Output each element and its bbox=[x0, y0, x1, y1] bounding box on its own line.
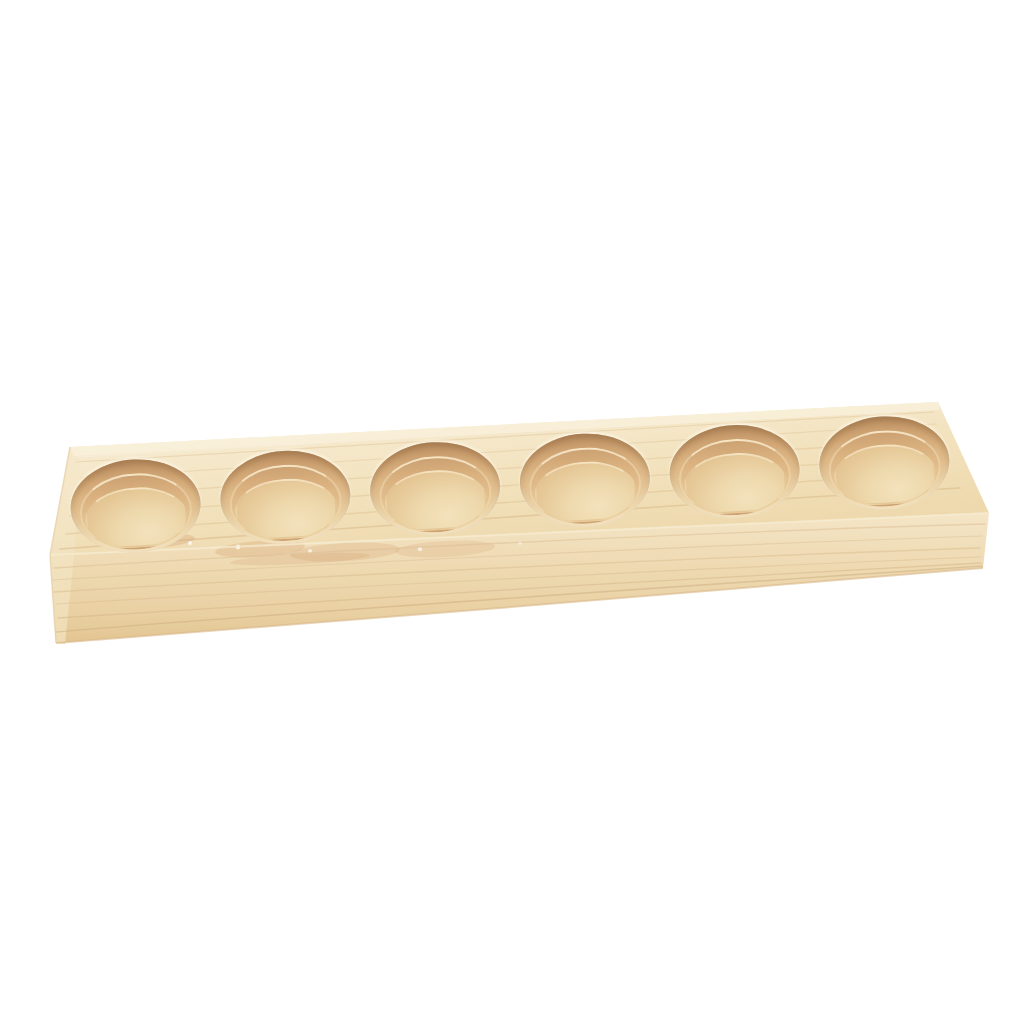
pit-2[interactable] bbox=[208, 443, 364, 552]
pit-1-hole bbox=[68, 456, 203, 556]
pit-5[interactable] bbox=[657, 417, 813, 526]
pit-4-hole bbox=[517, 430, 652, 530]
pit-5-hole bbox=[667, 421, 802, 521]
board-scene bbox=[0, 0, 1024, 1024]
pit-6-hole bbox=[817, 413, 952, 513]
pit-6[interactable] bbox=[807, 408, 963, 517]
pit-3[interactable] bbox=[357, 434, 513, 543]
pit-2-hole bbox=[218, 447, 353, 547]
pit-3-hole bbox=[368, 439, 503, 539]
pit-4[interactable] bbox=[507, 426, 663, 535]
pit-1[interactable] bbox=[58, 451, 214, 560]
